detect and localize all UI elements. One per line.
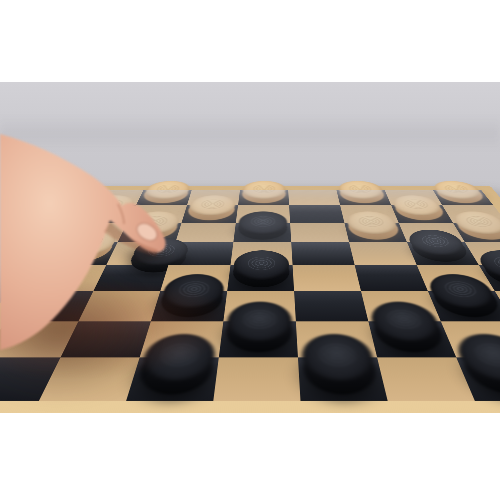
black-checker-g3[interactable] xyxy=(428,291,500,321)
square-h8[interactable] xyxy=(433,190,494,205)
square-e4[interactable] xyxy=(293,265,361,291)
square-f6[interactable] xyxy=(344,223,407,243)
black-checker-d4[interactable] xyxy=(227,265,294,291)
square-d6[interactable] xyxy=(233,223,291,243)
square-e7[interactable] xyxy=(289,205,344,222)
square-f4[interactable] xyxy=(355,265,428,291)
light-checker-h8[interactable] xyxy=(433,190,494,205)
square-e8[interactable] xyxy=(288,190,340,205)
hand xyxy=(0,82,230,413)
checker-top-engraved-rings xyxy=(430,181,485,199)
black-checker-d2[interactable] xyxy=(219,321,298,357)
light-checker-f6[interactable] xyxy=(344,223,407,243)
square-e1[interactable] xyxy=(298,357,388,400)
black-checker-d6[interactable] xyxy=(233,223,291,243)
light-checker-d8[interactable] xyxy=(238,190,289,205)
square-d2[interactable] xyxy=(219,321,298,357)
square-e6[interactable] xyxy=(290,223,349,243)
square-e5[interactable] xyxy=(291,242,354,265)
square-f8[interactable] xyxy=(336,190,391,205)
screenshot xyxy=(0,0,500,500)
square-e3[interactable] xyxy=(294,291,368,321)
square-f5[interactable] xyxy=(349,242,417,265)
hand-silhouette xyxy=(0,134,166,350)
photo xyxy=(0,82,500,413)
square-d4[interactable] xyxy=(227,265,294,291)
square-d8[interactable] xyxy=(238,190,289,205)
square-g3[interactable] xyxy=(428,291,500,321)
light-checker-f8[interactable] xyxy=(336,190,391,205)
black-checker-e1[interactable] xyxy=(298,357,388,400)
